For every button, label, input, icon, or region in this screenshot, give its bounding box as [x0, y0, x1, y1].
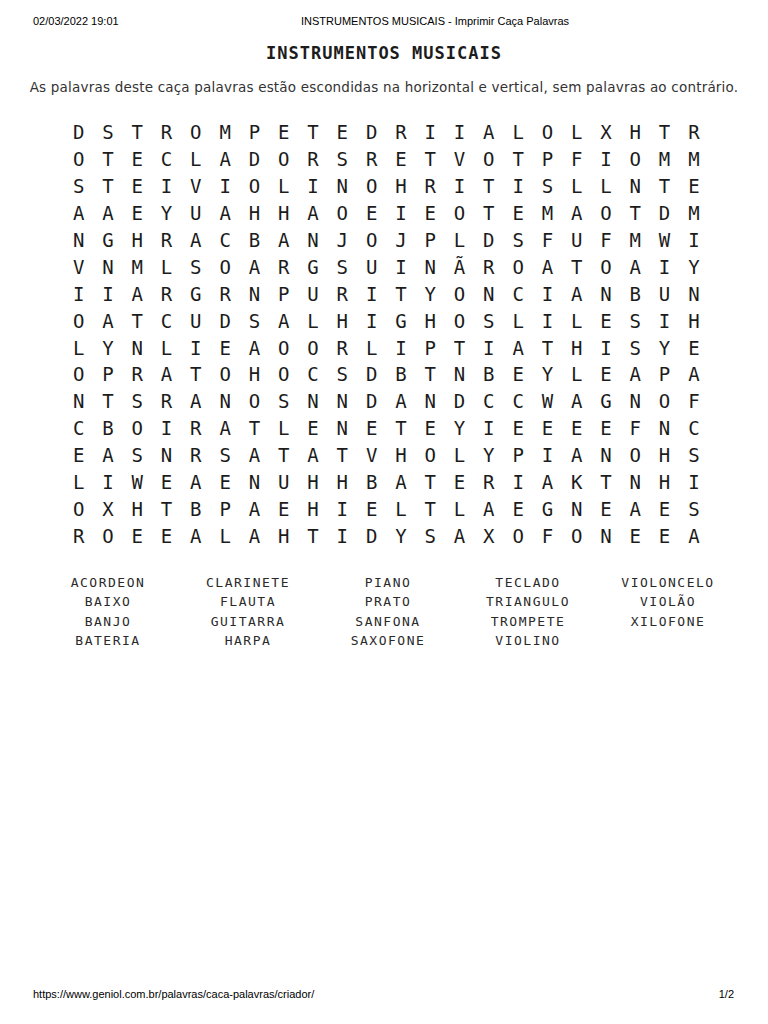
grid-cell: N: [562, 495, 591, 522]
grid-cell: N: [445, 361, 474, 388]
grid-cell: Y: [650, 334, 679, 361]
grid-cell: T: [269, 442, 298, 469]
grid-cell: O: [64, 146, 93, 173]
grid-cell: M: [123, 253, 152, 280]
grid-cell: L: [357, 334, 386, 361]
grid-cell: W: [123, 469, 152, 496]
grid-cell: L: [562, 307, 591, 334]
grid-cell: E: [210, 334, 239, 361]
grid-cell: L: [386, 495, 415, 522]
word-list-item: BAIXO: [38, 592, 178, 611]
grid-cell: O: [269, 146, 298, 173]
grid-cell: I: [533, 280, 562, 307]
grid-cell: A: [679, 361, 708, 388]
grid-cell: O: [591, 253, 620, 280]
grid-cell: D: [210, 307, 239, 334]
grid-cell: R: [181, 442, 210, 469]
grid-cell: O: [503, 522, 532, 549]
grid-cell: M: [679, 200, 708, 227]
grid-cell: T: [298, 522, 327, 549]
grid-cell: H: [328, 469, 357, 496]
grid-cell: H: [240, 200, 269, 227]
grid-cell: O: [474, 146, 503, 173]
grid-cell: A: [474, 495, 503, 522]
word-list-item: FLAUTA: [178, 592, 318, 611]
grid-cell: R: [152, 227, 181, 254]
grid-cell: E: [298, 415, 327, 442]
grid-cell: N: [152, 442, 181, 469]
grid-cell: H: [298, 495, 327, 522]
grid-cell: C: [679, 415, 708, 442]
grid-cell: E: [64, 442, 93, 469]
grid-cell: A: [621, 495, 650, 522]
grid-cell: S: [621, 334, 650, 361]
grid-cell: C: [210, 227, 239, 254]
grid-cell: E: [503, 361, 532, 388]
grid-cell: E: [503, 200, 532, 227]
grid-cell: E: [123, 200, 152, 227]
grid-cell: T: [93, 173, 122, 200]
grid-cell: R: [64, 522, 93, 549]
grid-cell: E: [123, 522, 152, 549]
source-url: https://www.geniol.com.br/palavras/caca-…: [33, 988, 314, 1000]
print-header: 02/03/2022 19:01 INSTRUMENTOS MUSICAIS -…: [0, 15, 768, 29]
word-list-item: SANFONA: [318, 612, 458, 631]
grid-cell: E: [123, 146, 152, 173]
grid-cell: A: [621, 253, 650, 280]
grid-cell: I: [298, 173, 327, 200]
grid-cell: P: [269, 280, 298, 307]
grid-cell: R: [210, 280, 239, 307]
grid-cell: X: [93, 495, 122, 522]
grid-cell: E: [562, 415, 591, 442]
grid-cell: T: [474, 173, 503, 200]
grid-cell: H: [269, 200, 298, 227]
grid-cell: H: [123, 227, 152, 254]
grid-cell: A: [181, 522, 210, 549]
grid-cell: T: [650, 173, 679, 200]
grid-cell: T: [123, 119, 152, 146]
grid-cell: T: [474, 200, 503, 227]
grid-cell: A: [240, 495, 269, 522]
grid-cell: L: [562, 361, 591, 388]
grid-cell: F: [591, 227, 620, 254]
grid-cell: U: [269, 469, 298, 496]
grid-cell: G: [591, 388, 620, 415]
grid-cell: O: [562, 522, 591, 549]
grid-cell: N: [93, 253, 122, 280]
grid-cell: M: [679, 146, 708, 173]
word-list-item: PRATO: [318, 592, 458, 611]
grid-cell: U: [181, 307, 210, 334]
word-column: PIANOPRATOSANFONASAXOFONE: [318, 573, 458, 650]
grid-cell: A: [240, 334, 269, 361]
grid-cell: O: [210, 253, 239, 280]
grid-cell: V: [181, 173, 210, 200]
grid-cell: G: [93, 227, 122, 254]
grid-cell: A: [445, 522, 474, 549]
word-column: ACORDEONBAIXOBANJOBATERIA: [38, 573, 178, 650]
word-list-item: PIANO: [318, 573, 458, 592]
grid-cell: N: [591, 442, 620, 469]
word-search-grid: DSTROMPETEDRIIALOLXHTROTECLADORSRETVOTPF…: [64, 119, 709, 549]
grid-cell: S: [328, 361, 357, 388]
grid-cell: S: [679, 442, 708, 469]
grid-cell: E: [591, 361, 620, 388]
grid-cell: T: [533, 334, 562, 361]
grid-cell: W: [650, 227, 679, 254]
grid-cell: N: [64, 388, 93, 415]
grid-cell: E: [269, 119, 298, 146]
grid-cell: R: [328, 334, 357, 361]
print-footer: https://www.geniol.com.br/palavras/caca-…: [0, 988, 768, 1002]
grid-cell: T: [181, 361, 210, 388]
grid-cell: N: [298, 227, 327, 254]
grid-cell: E: [503, 495, 532, 522]
grid-cell: I: [591, 334, 620, 361]
grid-cell: H: [621, 119, 650, 146]
grid-cell: I: [416, 119, 445, 146]
grid-cell: C: [152, 146, 181, 173]
grid-cell: Y: [416, 280, 445, 307]
grid-cell: A: [474, 119, 503, 146]
grid-cell: I: [93, 469, 122, 496]
grid-cell: I: [503, 173, 532, 200]
word-list-item: CLARINETE: [178, 573, 318, 592]
grid-cell: O: [591, 200, 620, 227]
grid-cell: R: [123, 361, 152, 388]
grid-cell: O: [269, 361, 298, 388]
grid-cell: O: [445, 200, 474, 227]
word-list-item: TRIANGULO: [458, 592, 598, 611]
grid-cell: E: [416, 200, 445, 227]
grid-cell: D: [650, 200, 679, 227]
grid-cell: C: [474, 388, 503, 415]
grid-cell: A: [386, 469, 415, 496]
grid-cell: C: [64, 415, 93, 442]
grid-cell: O: [269, 334, 298, 361]
grid-cell: T: [328, 442, 357, 469]
grid-cell: C: [298, 361, 327, 388]
grid-cell: H: [650, 442, 679, 469]
grid-cell: P: [93, 361, 122, 388]
grid-cell: E: [679, 173, 708, 200]
grid-cell: S: [269, 388, 298, 415]
grid-cell: H: [386, 173, 415, 200]
grid-cell: E: [650, 522, 679, 549]
word-list-item: VIOLONCELO: [598, 573, 738, 592]
grid-cell: I: [328, 495, 357, 522]
grid-cell: N: [591, 280, 620, 307]
grid-cell: H: [123, 495, 152, 522]
grid-cell: L: [503, 119, 532, 146]
grid-cell: A: [181, 388, 210, 415]
grid-cell: E: [210, 469, 239, 496]
grid-cell: O: [416, 442, 445, 469]
grid-cell: D: [64, 119, 93, 146]
grid-cell: A: [240, 253, 269, 280]
grid-cell: A: [621, 361, 650, 388]
grid-cell: M: [210, 119, 239, 146]
grid-cell: Y: [679, 253, 708, 280]
grid-cell: D: [357, 522, 386, 549]
grid-cell: I: [445, 119, 474, 146]
grid-cell: P: [240, 119, 269, 146]
grid-cell: H: [298, 469, 327, 496]
grid-cell: A: [123, 280, 152, 307]
grid-cell: O: [357, 227, 386, 254]
grid-cell: I: [152, 173, 181, 200]
print-datetime: 02/03/2022 19:01: [33, 15, 119, 27]
grid-cell: R: [181, 415, 210, 442]
word-column: TECLADOTRIANGULOTROMPETEVIOLINO: [458, 573, 598, 650]
grid-cell: O: [64, 495, 93, 522]
grid-cell: N: [416, 388, 445, 415]
grid-cell: O: [240, 388, 269, 415]
word-list-item: SAXOFONE: [318, 631, 458, 650]
grid-cell: N: [621, 173, 650, 200]
grid-cell: M: [650, 146, 679, 173]
grid-cell: V: [64, 253, 93, 280]
grid-cell: I: [328, 522, 357, 549]
grid-cell: K: [562, 469, 591, 496]
grid-cell: U: [357, 253, 386, 280]
grid-cell: E: [152, 469, 181, 496]
grid-cell: L: [445, 227, 474, 254]
grid-cell: E: [621, 522, 650, 549]
grid-cell: A: [562, 442, 591, 469]
grid-cell: E: [269, 495, 298, 522]
grid-cell: O: [328, 200, 357, 227]
grid-cell: L: [503, 307, 532, 334]
grid-cell: I: [503, 469, 532, 496]
grid-cell: M: [533, 200, 562, 227]
grid-cell: Y: [386, 522, 415, 549]
grid-cell: O: [357, 173, 386, 200]
grid-cell: R: [474, 469, 503, 496]
grid-cell: T: [386, 280, 415, 307]
grid-cell: S: [328, 146, 357, 173]
grid-cell: G: [181, 280, 210, 307]
grid-cell: A: [533, 469, 562, 496]
word-list-item: XILOFONE: [598, 612, 738, 631]
grid-cell: A: [210, 415, 239, 442]
grid-cell: I: [386, 334, 415, 361]
grid-cell: I: [445, 173, 474, 200]
grid-cell: N: [123, 334, 152, 361]
grid-cell: E: [503, 415, 532, 442]
grid-cell: A: [269, 307, 298, 334]
word-list-item: HARPA: [178, 631, 318, 650]
grid-cell: A: [386, 388, 415, 415]
grid-cell: V: [357, 442, 386, 469]
grid-cell: G: [533, 495, 562, 522]
grid-cell: I: [679, 227, 708, 254]
grid-cell: O: [621, 146, 650, 173]
grid-cell: R: [679, 119, 708, 146]
grid-cell: T: [93, 146, 122, 173]
grid-cell: B: [474, 361, 503, 388]
grid-cell: S: [123, 388, 152, 415]
grid-cell: E: [386, 146, 415, 173]
grid-cell: N: [621, 388, 650, 415]
grid-cell: V: [445, 146, 474, 173]
grid-cell: L: [562, 119, 591, 146]
grid-cell: I: [591, 146, 620, 173]
grid-cell: A: [298, 200, 327, 227]
grid-cell: I: [357, 307, 386, 334]
grid-cell: D: [357, 119, 386, 146]
grid-cell: T: [386, 415, 415, 442]
grid-cell: Y: [445, 415, 474, 442]
grid-cell: A: [181, 227, 210, 254]
grid-cell: A: [562, 280, 591, 307]
grid-cell: T: [591, 469, 620, 496]
word-list: ACORDEONBAIXOBANJOBATERIACLARINETEFLAUTA…: [38, 573, 738, 650]
grid-cell: T: [621, 200, 650, 227]
grid-cell: I: [152, 415, 181, 442]
grid-cell: F: [679, 388, 708, 415]
grid-cell: A: [562, 200, 591, 227]
grid-cell: N: [328, 415, 357, 442]
grid-cell: L: [64, 334, 93, 361]
grid-cell: R: [474, 253, 503, 280]
grid-cell: O: [123, 415, 152, 442]
grid-cell: U: [298, 280, 327, 307]
grid-cell: I: [210, 173, 239, 200]
grid-cell: R: [269, 253, 298, 280]
word-column: VIOLONCELOVIOLÃOXILOFONE: [598, 573, 738, 650]
grid-cell: O: [240, 173, 269, 200]
grid-cell: O: [533, 119, 562, 146]
print-doc-title: INSTRUMENTOS MUSICAIS - Imprimir Caça Pa…: [301, 15, 569, 27]
word-list-item: VIOLINO: [458, 631, 598, 650]
grid-cell: F: [562, 146, 591, 173]
grid-cell: L: [152, 334, 181, 361]
grid-cell: A: [93, 442, 122, 469]
grid-cell: D: [357, 361, 386, 388]
grid-cell: P: [210, 495, 239, 522]
grid-cell: N: [591, 522, 620, 549]
grid-cell: I: [357, 280, 386, 307]
grid-cell: W: [533, 388, 562, 415]
grid-cell: S: [328, 253, 357, 280]
grid-cell: A: [240, 442, 269, 469]
grid-cell: I: [533, 307, 562, 334]
grid-cell: S: [64, 173, 93, 200]
grid-cell: S: [93, 119, 122, 146]
grid-cell: I: [650, 253, 679, 280]
grid-cell: H: [650, 469, 679, 496]
grid-cell: A: [503, 334, 532, 361]
grid-cell: T: [650, 119, 679, 146]
grid-cell: G: [386, 307, 415, 334]
grid-cell: A: [562, 388, 591, 415]
page-number: 1/2: [719, 988, 734, 1000]
grid-cell: N: [679, 280, 708, 307]
grid-cell: O: [650, 388, 679, 415]
grid-cell: C: [503, 388, 532, 415]
grid-cell: E: [591, 415, 620, 442]
grid-cell: R: [152, 388, 181, 415]
grid-cell: N: [328, 388, 357, 415]
grid-cell: P: [650, 361, 679, 388]
grid-cell: T: [445, 334, 474, 361]
grid-cell: B: [240, 227, 269, 254]
word-list-item: TROMPETE: [458, 612, 598, 631]
grid-cell: R: [152, 119, 181, 146]
grid-cell: R: [357, 146, 386, 173]
grid-cell: A: [64, 200, 93, 227]
grid-cell: U: [562, 227, 591, 254]
grid-cell: N: [474, 280, 503, 307]
word-column: CLARINETEFLAUTAGUITARRAHARPA: [178, 573, 318, 650]
grid-cell: C: [503, 280, 532, 307]
grid-cell: E: [152, 522, 181, 549]
grid-cell: L: [64, 469, 93, 496]
grid-cell: E: [445, 469, 474, 496]
grid-cell: P: [533, 146, 562, 173]
grid-cell: A: [269, 227, 298, 254]
grid-cell: E: [650, 495, 679, 522]
grid-cell: D: [240, 146, 269, 173]
grid-cell: S: [533, 173, 562, 200]
grid-cell: N: [328, 173, 357, 200]
grid-cell: L: [591, 173, 620, 200]
grid-cell: R: [298, 146, 327, 173]
grid-cell: A: [679, 522, 708, 549]
grid-cell: T: [416, 146, 445, 173]
grid-cell: I: [64, 280, 93, 307]
grid-cell: Y: [474, 442, 503, 469]
grid-cell: L: [269, 415, 298, 442]
grid-cell: L: [210, 522, 239, 549]
puzzle-title: INSTRUMENTOS MUSICAIS: [0, 43, 768, 63]
grid-cell: F: [533, 522, 562, 549]
grid-cell: B: [621, 280, 650, 307]
grid-cell: L: [445, 442, 474, 469]
grid-cell: A: [240, 522, 269, 549]
grid-cell: O: [298, 334, 327, 361]
grid-cell: S: [240, 307, 269, 334]
word-list-item: ACORDEON: [38, 573, 178, 592]
grid-cell: A: [533, 253, 562, 280]
grid-cell: H: [240, 361, 269, 388]
grid-cell: A: [93, 307, 122, 334]
grid-cell: Y: [152, 200, 181, 227]
grid-cell: T: [416, 495, 445, 522]
grid-cell: I: [386, 253, 415, 280]
grid-cell: S: [679, 495, 708, 522]
grid-cell: E: [357, 415, 386, 442]
grid-cell: N: [298, 388, 327, 415]
grid-cell: N: [650, 415, 679, 442]
grid-cell: O: [621, 442, 650, 469]
grid-cell: T: [416, 361, 445, 388]
grid-cell: N: [210, 388, 239, 415]
grid-cell: N: [64, 227, 93, 254]
grid-cell: S: [416, 522, 445, 549]
grid-cell: E: [533, 415, 562, 442]
grid-cell: M: [621, 227, 650, 254]
grid-cell: J: [386, 227, 415, 254]
grid-cell: U: [181, 200, 210, 227]
grid-cell: E: [357, 495, 386, 522]
grid-cell: T: [416, 469, 445, 496]
grid-cell: O: [93, 522, 122, 549]
grid-cell: A: [210, 146, 239, 173]
grid-cell: S: [621, 307, 650, 334]
